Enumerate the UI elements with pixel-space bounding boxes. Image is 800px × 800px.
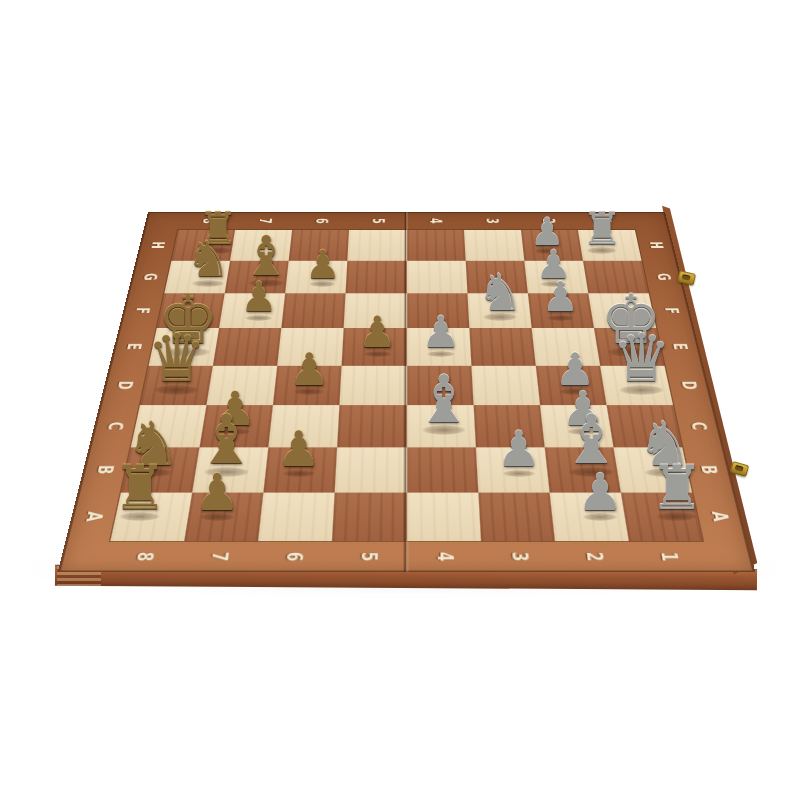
piece-contact-shadow: [283, 470, 315, 477]
rook-icon: ♜: [113, 457, 168, 518]
piece-contact-shadow: [363, 351, 391, 357]
piece-contact-shadow: [547, 315, 574, 321]
rank-label-near-2: 2: [579, 547, 608, 565]
piece-black-pawn-g6[interactable]: ♟: [305, 245, 340, 284]
file-label-right-d: D: [675, 378, 702, 392]
piece-contact-shadow: [620, 385, 664, 395]
piece-contact-shadow: [120, 512, 160, 521]
rank-label-near-8: 8: [129, 547, 159, 565]
square-h3[interactable]: [464, 230, 524, 261]
piece-contact-shadow: [583, 513, 617, 521]
piece-black-pawn-f7[interactable]: ♟: [241, 277, 278, 318]
piece-white-queen-d1[interactable]: ♛: [612, 326, 671, 392]
piece-contact-shadow: [294, 388, 324, 395]
file-label-left-d: D: [111, 378, 138, 392]
piece-black-queen-d8[interactable]: ♛: [147, 326, 206, 392]
piece-black-pawn-d6[interactable]: ♟: [289, 347, 329, 392]
rank-label-near-6: 6: [280, 547, 308, 565]
piece-contact-shadow: [155, 385, 199, 395]
rank-label-far-3: 3: [481, 216, 502, 227]
pawn-icon: ♟: [241, 277, 278, 318]
piece-white-pawn-b3[interactable]: ♟: [497, 425, 541, 474]
file-label-left-f: F: [129, 304, 154, 316]
queen-icon: ♛: [612, 326, 671, 392]
pawn-icon: ♟: [542, 277, 579, 318]
rank-label-far-5: 5: [368, 216, 388, 227]
square-c5[interactable]: [338, 405, 407, 447]
square-g4[interactable]: [407, 261, 468, 294]
square-h5[interactable]: [348, 230, 407, 261]
rank-label-near-4: 4: [430, 547, 457, 565]
piece-contact-shadow: [422, 425, 465, 435]
piece-contact-shadow: [483, 313, 517, 321]
piece-white-rook-h1[interactable]: ♜: [582, 206, 622, 251]
knight-icon: ♞: [477, 267, 523, 318]
pawn-icon: ♟: [577, 467, 623, 518]
square-f6[interactable]: [282, 294, 346, 329]
piece-contact-shadow: [657, 512, 697, 521]
rank-label-far-6: 6: [311, 216, 332, 227]
file-label-left-h: H: [146, 240, 169, 251]
square-e3[interactable]: [469, 328, 535, 365]
file-label-left-e: E: [121, 340, 147, 353]
piece-white-rook-a1[interactable]: ♜: [650, 457, 705, 518]
board-fold-seam: [403, 212, 408, 572]
file-label-right-h: H: [644, 240, 667, 251]
square-g5[interactable]: [346, 261, 407, 294]
piece-black-pawn-a7[interactable]: ♟: [194, 467, 240, 518]
piece-white-knight-f3[interactable]: ♞: [477, 267, 523, 318]
rank-label-near-5: 5: [355, 547, 382, 565]
rank-label-near-7: 7: [205, 547, 234, 565]
queen-icon: ♛: [147, 326, 206, 392]
file-label-left-a: A: [79, 508, 109, 525]
rook-icon: ♜: [582, 206, 622, 251]
piece-black-pawn-b6[interactable]: ♟: [277, 425, 321, 474]
pawn-icon: ♟: [194, 467, 240, 518]
piece-contact-shadow: [200, 513, 234, 521]
knight-icon: ♞: [186, 235, 230, 284]
square-a5[interactable]: [332, 492, 406, 541]
photo-stage: 8765432187654321HGFEDCBAHGFEDCBA ♜♟♜♞♝♟♟…: [0, 0, 800, 800]
piece-black-pawn-e5[interactable]: ♟: [358, 311, 397, 354]
piece-black-rook-a8[interactable]: ♜: [113, 457, 168, 518]
pawn-icon: ♟: [358, 311, 397, 354]
file-label-right-a: A: [704, 508, 734, 525]
pawn-icon: ♟: [289, 347, 329, 392]
piece-contact-shadow: [310, 281, 336, 287]
piece-white-pawn-e4[interactable]: ♟: [422, 311, 461, 354]
bishop-icon: ♝: [415, 367, 473, 432]
square-b4[interactable]: [407, 447, 478, 492]
file-label-right-f: F: [659, 304, 684, 316]
square-a3[interactable]: [478, 492, 555, 541]
square-d5[interactable]: [340, 365, 407, 405]
piece-white-bishop-c4[interactable]: ♝: [415, 367, 473, 432]
piece-contact-shadow: [245, 315, 272, 321]
rank-label-near-3: 3: [505, 547, 533, 565]
pawn-icon: ♟: [277, 425, 321, 474]
piece-white-pawn-f2[interactable]: ♟: [542, 277, 579, 318]
pawn-icon: ♟: [422, 311, 461, 354]
piece-black-knight-g8[interactable]: ♞: [186, 235, 230, 284]
square-a4[interactable]: [407, 492, 481, 541]
square-e7[interactable]: [213, 328, 282, 365]
pawn-icon: ♟: [497, 425, 541, 474]
rank-label-far-4: 4: [425, 216, 445, 227]
rook-icon: ♜: [650, 457, 705, 518]
piece-contact-shadow: [503, 470, 535, 477]
piece-contact-shadow: [587, 247, 617, 254]
rank-label-near-1: 1: [654, 547, 684, 565]
piece-contact-shadow: [427, 351, 455, 357]
square-b5[interactable]: [335, 447, 406, 492]
piece-white-pawn-a2[interactable]: ♟: [577, 467, 623, 518]
pawn-icon: ♟: [305, 245, 340, 284]
square-h4[interactable]: [407, 230, 466, 261]
square-d3[interactable]: [471, 365, 540, 405]
square-a6[interactable]: [258, 492, 335, 541]
